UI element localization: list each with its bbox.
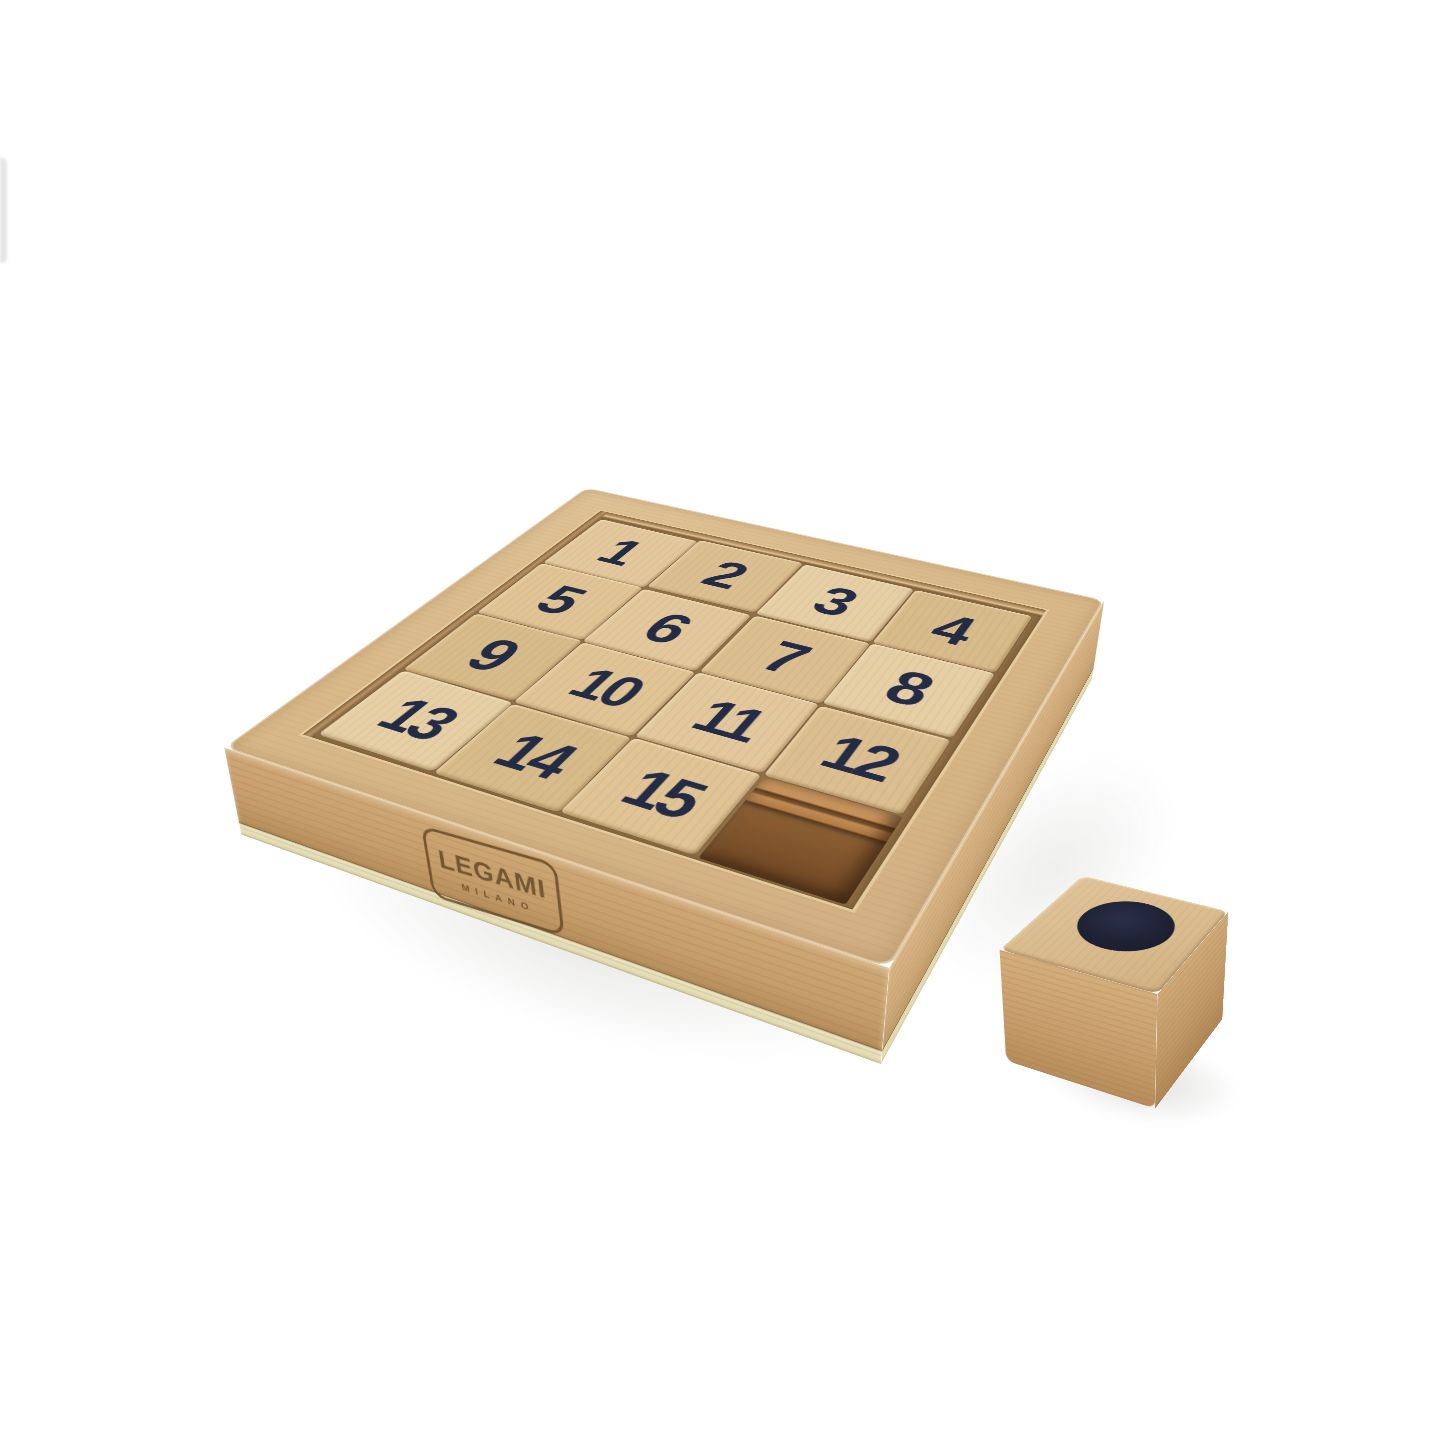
tile-12[interactable]: 12: [764, 706, 951, 815]
tile-14[interactable]: 14: [433, 704, 631, 813]
photo-stage: LEGAMI MILANO 1 2 3 4 5 6 7 8 9 10 11: [0, 0, 1445, 1445]
black-dot-marker: [1060, 893, 1191, 960]
tile-15[interactable]: 15: [560, 738, 762, 856]
tile-11[interactable]: 11: [634, 672, 819, 773]
tile-13[interactable]: 13: [318, 670, 513, 771]
puzzle-board: LEGAMI MILANO 1 2 3 4 5 6 7 8 9 10 11: [224, 488, 1104, 968]
blank-dot-tile[interactable]: [1000, 876, 1229, 995]
background-artifact: [0, 158, 7, 263]
empty-slot: [698, 777, 903, 905]
